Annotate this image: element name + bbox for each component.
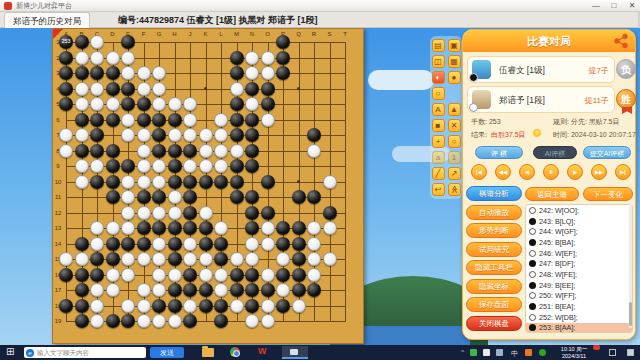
- column-label: Q: [294, 30, 304, 38]
- circle-mark-icon[interactable]: ○: [448, 135, 461, 148]
- open-file-icon: ▣: [450, 41, 458, 50]
- black-stone-icon: [529, 282, 536, 289]
- black-stone: [214, 175, 228, 189]
- white-stone: [230, 82, 244, 96]
- black-stone: [121, 159, 135, 173]
- column-label: D: [108, 30, 118, 38]
- white-stone: [152, 66, 166, 80]
- letter-mark-icon[interactable]: a: [432, 151, 445, 164]
- player-card-black: 伍睿文 [1级] 提7子: [467, 56, 615, 83]
- move-text: 250: W[FF];: [539, 291, 577, 300]
- white-stone-icon: [529, 228, 536, 235]
- alternate-stone-icon[interactable]: ◐: [432, 71, 445, 84]
- black-stone: [245, 206, 259, 220]
- white-stone: [245, 314, 259, 328]
- player-name: 郑谙予 [1段]: [499, 95, 545, 107]
- print-icon[interactable]: ▦: [448, 55, 461, 68]
- white-stone: [199, 252, 213, 266]
- white-stone: [168, 128, 182, 142]
- share-icon[interactable]: [613, 33, 629, 49]
- black-stone: [276, 221, 290, 235]
- black-stone: [199, 283, 213, 297]
- black-stone: [230, 128, 244, 142]
- white-stone: [261, 237, 275, 251]
- cross-mark-icon: ✕: [451, 121, 458, 130]
- game-time: 时间: 2024-03-10 20:07:17: [553, 130, 636, 140]
- move-list-item[interactable]: 250: W[FF];: [526, 291, 632, 302]
- white-stone: [230, 144, 244, 158]
- black-stone: [106, 113, 120, 127]
- white-stone: [230, 252, 244, 266]
- black-stone: [75, 268, 89, 282]
- black-stone: [230, 66, 244, 80]
- move-list-item[interactable]: 242: W[OO];: [526, 205, 632, 216]
- white-stone: [59, 128, 73, 142]
- circle-mark-icon: ○: [452, 137, 457, 146]
- black-stone: [152, 128, 166, 142]
- black-stone-icon: [529, 303, 536, 310]
- nav-forward-button[interactable]: ▶: [567, 164, 583, 180]
- task-view-icon[interactable]: [609, 349, 616, 356]
- black-stone: [121, 82, 135, 96]
- black-stone: [137, 113, 151, 127]
- save-icon[interactable]: ◫: [432, 55, 445, 68]
- white-stone: [106, 268, 120, 282]
- white-stone: [245, 252, 259, 266]
- white-stone: [121, 51, 135, 65]
- row-label: 17: [53, 286, 63, 294]
- rule-text: 规则: 分先: 黑贴7.5目: [553, 117, 620, 127]
- pen-icon[interactable]: ╱: [432, 167, 445, 180]
- label-a-icon: A: [435, 105, 440, 114]
- black-stone: [261, 283, 275, 297]
- black-stone: [276, 35, 290, 49]
- black-stone: [75, 113, 89, 127]
- minimize-button[interactable]: —: [588, 0, 604, 12]
- start-button[interactable]: ⊞: [6, 346, 14, 357]
- file-explorer-icon[interactable]: [202, 348, 214, 357]
- triangle-mark-icon[interactable]: ▲: [448, 103, 461, 116]
- ime-indicator[interactable]: 中: [511, 349, 518, 359]
- white-stone: [307, 268, 321, 282]
- black-stone: [183, 206, 197, 220]
- move-count: 手数: 253: [471, 117, 501, 127]
- black-stone: [137, 97, 151, 111]
- letter-mark-icon: a: [436, 153, 440, 162]
- white-stone: [168, 206, 182, 220]
- tray-orange-icon[interactable]: [525, 349, 532, 356]
- arrow-mark-icon: ↗: [451, 169, 458, 178]
- white-stone: [137, 283, 151, 297]
- black-stone: [245, 82, 259, 96]
- move-list-item[interactable]: 252: W[DB];: [526, 312, 632, 323]
- black-stone: [152, 190, 166, 204]
- tray-chevron-icon[interactable]: ^: [461, 349, 464, 355]
- volume-icon[interactable]: [496, 349, 503, 356]
- black-stone-icon: [529, 218, 536, 225]
- white-stone: [152, 252, 166, 266]
- white-stone: [183, 113, 197, 127]
- main-area: A1B2C3D4E5F6G7H8J9K10L11M12N13O14P15Q16R…: [0, 28, 640, 345]
- black-stone: [276, 268, 290, 282]
- white-stone: [183, 252, 197, 266]
- row-label: 14: [53, 240, 63, 248]
- black-stone: [121, 35, 135, 49]
- white-stone: [137, 299, 151, 313]
- white-stone-indicator-icon: [469, 103, 478, 112]
- black-stone: [137, 221, 151, 235]
- star-point: [204, 87, 207, 90]
- black-stone: [121, 97, 135, 111]
- open-app-button[interactable]: [282, 346, 308, 359]
- white-stone: [214, 221, 228, 235]
- white-stone-icon: [529, 250, 536, 257]
- black-stone: [168, 144, 182, 158]
- black-stone-icon: [529, 239, 536, 246]
- edge-icon: e: [26, 349, 34, 357]
- go-board[interactable]: A1B2C3D4E5F6G7H8J9K10L11M12N13O14P15Q16R…: [52, 28, 364, 344]
- game-info: 手数: 253 规则: 分先: 黑贴7.5目 结果: 白胜37.5目 ? 时间:…: [469, 116, 633, 143]
- black-stone: [292, 268, 306, 282]
- move-list[interactable]: 242: W[OO];243: B[LQ];244: W[GF];245: B[…: [525, 204, 633, 333]
- black-stone: [214, 252, 228, 266]
- black-stone: [230, 51, 244, 65]
- player-name: 伍睿文 [1级]: [499, 65, 545, 77]
- black-stone: [106, 175, 120, 189]
- column-label: J: [185, 30, 195, 38]
- move-text: 243: B[LQ];: [539, 217, 575, 226]
- black-stone: [168, 237, 182, 251]
- black-stone: [199, 299, 213, 313]
- column-label: N: [247, 30, 257, 38]
- square-mark-icon[interactable]: ■: [432, 119, 445, 132]
- white-stone: [90, 237, 104, 251]
- black-stone: [59, 299, 73, 313]
- move-list-item[interactable]: 251: B[EA];: [526, 301, 632, 312]
- nav-back-button[interactable]: ◀: [519, 164, 535, 180]
- undo-icon: ↩: [435, 185, 442, 194]
- black-stone: [199, 221, 213, 235]
- white-stone: [152, 314, 166, 328]
- white-stone: [137, 144, 151, 158]
- game-panel: 比赛对局 伍睿文 [1级] 提7子 负 郑谙予 [1段] 提11子 胜: [462, 29, 636, 340]
- scrollbar-thumb[interactable]: [629, 302, 632, 326]
- avatar: [471, 89, 492, 110]
- black-stone-icon[interactable]: ●: [448, 71, 461, 84]
- black-stone: [230, 159, 244, 173]
- label-a-icon[interactable]: A: [432, 103, 445, 116]
- white-stone: [323, 175, 337, 189]
- white-stone: [90, 221, 104, 235]
- nav-back10-button[interactable]: ◀◀: [495, 164, 511, 180]
- white-stone: [90, 283, 104, 297]
- star-point: [297, 87, 300, 90]
- white-stone: [214, 144, 228, 158]
- side-button-关闭棋盘[interactable]: 关闭棋盘: [466, 316, 522, 331]
- plus-mark-icon: +: [436, 137, 441, 146]
- black-stone: [307, 283, 321, 297]
- black-stone: [168, 113, 182, 127]
- player-card-white: 郑谙予 [1段] 提11子: [467, 86, 615, 113]
- black-stone: [59, 97, 73, 111]
- black-stone: [90, 268, 104, 282]
- white-stone: [152, 237, 166, 251]
- clock[interactable]: 10:10 周一 2024/3/11: [552, 346, 596, 359]
- close-button[interactable]: ✕: [624, 0, 640, 12]
- send-button[interactable]: 发送: [150, 347, 184, 358]
- move-text: 249: B[EE];: [539, 281, 575, 290]
- wechat-icon[interactable]: [539, 349, 546, 356]
- nav-forward10-button[interactable]: ▶▶: [591, 164, 607, 180]
- black-stone: [183, 314, 197, 328]
- nav-goto-move-button[interactable]: 9: [543, 164, 559, 180]
- white-stone: [199, 128, 213, 142]
- black-stone: [106, 144, 120, 158]
- black-stone: [183, 221, 197, 235]
- black-stone: [245, 268, 259, 282]
- white-stone: [214, 159, 228, 173]
- result-badge-lose: 负: [616, 59, 636, 79]
- white-stone: [261, 66, 275, 80]
- move-list-item[interactable]: 244: W[GF];: [526, 226, 632, 237]
- column-label: S: [325, 30, 335, 38]
- white-stone: [183, 97, 197, 111]
- move-list-item[interactable]: 246: W[EF];: [526, 248, 632, 259]
- side-button-隐藏坐标[interactable]: 隐藏坐标: [466, 279, 522, 294]
- submit-ai-review-button[interactable]: 提交AI评棋: [583, 146, 631, 159]
- row-label: 9: [53, 162, 63, 170]
- arrow-mark-icon[interactable]: ↗: [448, 167, 461, 180]
- ai-review-button[interactable]: AI评棋: [533, 146, 577, 159]
- white-stone: [214, 128, 228, 142]
- white-stone: [75, 159, 89, 173]
- black-stone: [168, 299, 182, 313]
- white-stone-icon: [529, 207, 536, 214]
- black-stone: [168, 159, 182, 173]
- new-board-icon[interactable]: ▤: [432, 39, 445, 52]
- side-button-保存盘面[interactable]: 保存盘面: [466, 297, 522, 312]
- white-stone: [276, 252, 290, 266]
- maximize-button[interactable]: □: [606, 0, 622, 12]
- white-stone: [261, 221, 275, 235]
- open-file-icon[interactable]: ▣: [448, 39, 461, 52]
- collapse-toolbar-icon[interactable]: ≪: [448, 183, 461, 196]
- back-to-main-line-tab[interactable]: 返回主谱: [525, 187, 579, 201]
- screen: 新博少儿对弈平台 — □ ✕ 郑谙予的历史对局 编号:447829874 伍睿文…: [0, 0, 640, 360]
- black-stone: [121, 314, 135, 328]
- black-stone: [152, 144, 166, 158]
- white-stone-icon: ○: [436, 89, 441, 98]
- white-stone: [307, 221, 321, 235]
- move-list-item[interactable]: 247: B[DF];: [526, 258, 632, 269]
- black-stone-icon: [529, 324, 536, 331]
- side-button-自动播放[interactable]: 自动播放: [466, 205, 522, 220]
- side-button-隐藏工具栏[interactable]: 隐藏工具栏: [466, 260, 522, 275]
- white-stone: [90, 35, 104, 49]
- result-help-icon[interactable]: ?: [533, 129, 541, 137]
- tray-green-icon[interactable]: [470, 349, 477, 356]
- nav-first-button[interactable]: |◀: [471, 164, 487, 180]
- black-stone: [292, 190, 306, 204]
- tab-bar: 郑谙予的历史对局 编号:447829874 伍睿文 [1级] 执黑对 郑谙予 […: [0, 12, 640, 28]
- black-stone: [183, 144, 197, 158]
- column-label: O: [263, 30, 273, 38]
- black-stone: [307, 128, 321, 142]
- result-badge-win: 胜: [616, 89, 636, 109]
- white-stone: [307, 237, 321, 251]
- white-stone: [75, 252, 89, 266]
- black-stone: [75, 314, 89, 328]
- side-button-试局研究[interactable]: 试局研究: [466, 242, 522, 257]
- square-mark-icon: ■: [436, 121, 441, 130]
- tray-chat-icon[interactable]: [483, 349, 490, 356]
- review-button[interactable]: 评 棋: [475, 146, 523, 159]
- wps-icon[interactable]: W: [258, 346, 267, 356]
- badge-text: 胜: [621, 94, 631, 105]
- white-stone: [168, 268, 182, 282]
- move-text: 253: B[AA];: [539, 323, 575, 332]
- side-button-棋谱分析[interactable]: 棋谱分析: [466, 186, 522, 201]
- move-text: 246: W[EF];: [539, 249, 577, 258]
- black-stone: [276, 299, 290, 313]
- save-icon: ◫: [434, 57, 442, 66]
- black-stone: [183, 268, 197, 282]
- black-stone: [106, 237, 120, 251]
- black-stone: [230, 97, 244, 111]
- black-stone: [75, 283, 89, 297]
- star-point: [297, 180, 300, 183]
- black-stone: [90, 252, 104, 266]
- white-stone: [199, 206, 213, 220]
- black-stone: [230, 113, 244, 127]
- white-stone: [152, 283, 166, 297]
- black-stone: [59, 51, 73, 65]
- plus-mark-icon[interactable]: +: [432, 135, 445, 148]
- tab-history-game[interactable]: 郑谙予的历史对局: [4, 12, 90, 28]
- black-stone: [106, 159, 120, 173]
- move-list-item[interactable]: 249: B[EE];: [526, 280, 632, 291]
- white-stone: [152, 268, 166, 282]
- black-stone: [75, 66, 89, 80]
- black-stone: [245, 128, 259, 142]
- white-stone: [90, 51, 104, 65]
- triangle-mark-icon: ▲: [450, 105, 458, 114]
- white-stone: [261, 51, 275, 65]
- column-label: R: [309, 30, 319, 38]
- next-variation-tab[interactable]: 下一变化: [583, 187, 633, 201]
- column-label: F: [139, 30, 149, 38]
- black-stone: [276, 66, 290, 80]
- chrome-icon[interactable]: [230, 347, 240, 357]
- avatar: [471, 59, 492, 80]
- white-stone: [292, 299, 306, 313]
- white-stone: [307, 252, 321, 266]
- side-button-形势判断[interactable]: 形势判断: [466, 223, 522, 238]
- row-label: 19: [53, 317, 63, 325]
- move-text: 248: W[FE];: [539, 270, 577, 279]
- white-stone: [137, 252, 151, 266]
- move-list-scrollbar[interactable]: [629, 204, 632, 328]
- white-stone: [106, 221, 120, 235]
- move-text: 242: W[OO];: [539, 206, 579, 215]
- white-stone: [121, 206, 135, 220]
- white-stone: [152, 159, 166, 173]
- white-stone: [121, 113, 135, 127]
- chat-input[interactable]: e 输入文字聊天内容: [24, 347, 146, 358]
- white-stone: [261, 113, 275, 127]
- white-stone: [106, 283, 120, 297]
- black-stone: [230, 283, 244, 297]
- black-stone: [152, 221, 166, 235]
- black-stone: [106, 82, 120, 96]
- analysis-section: 棋谱分析自动播放形势判断试局研究隐藏工具栏隐藏坐标保存盘面关闭棋盘 返回主谱 下…: [463, 186, 635, 338]
- black-stone: [292, 237, 306, 251]
- black-stone: [199, 175, 213, 189]
- black-stone: [137, 190, 151, 204]
- undo-icon[interactable]: ↩: [432, 183, 445, 196]
- black-stone: [106, 252, 120, 266]
- white-stone: [137, 314, 151, 328]
- black-stone: [261, 175, 275, 189]
- white-stone: [121, 190, 135, 204]
- cross-mark-icon[interactable]: ✕: [448, 119, 461, 132]
- pen-icon: ╱: [436, 169, 441, 178]
- white-stone: [121, 128, 135, 142]
- row-label: 12: [53, 209, 63, 217]
- black-stone: [183, 175, 197, 189]
- white-stone: [168, 314, 182, 328]
- black-stone: [214, 299, 228, 313]
- white-stone: [106, 51, 120, 65]
- white-stone: [245, 97, 259, 111]
- black-stone: [59, 268, 73, 282]
- black-stone: [245, 144, 259, 158]
- move-list-item[interactable]: 245: B[BA];: [526, 237, 632, 248]
- white-stone: [59, 252, 73, 266]
- white-stone: [59, 144, 73, 158]
- black-stone: [137, 237, 151, 251]
- move-list-item[interactable]: 243: B[LQ];: [526, 216, 632, 227]
- move-list-item[interactable]: 248: W[FE];: [526, 269, 632, 280]
- move-list-item[interactable]: 253: B[AA];: [526, 323, 632, 333]
- black-stone: [245, 159, 259, 173]
- black-stone: [292, 252, 306, 266]
- white-stone: [90, 97, 104, 111]
- white-stone: [168, 97, 182, 111]
- black-stone-icon: ●: [452, 73, 457, 82]
- move-text: 247: B[DF];: [539, 259, 575, 268]
- white-stone: [106, 97, 120, 111]
- black-stone: 253: [59, 35, 73, 49]
- black-stone: [106, 190, 120, 204]
- white-stone: [137, 128, 151, 142]
- black-stone: [214, 237, 228, 251]
- white-stone: [214, 113, 228, 127]
- action-center-icon[interactable]: [627, 349, 634, 356]
- white-stone-icon[interactable]: ○: [432, 87, 445, 100]
- white-stone: [183, 237, 197, 251]
- window-title: 新博少儿对弈平台: [16, 1, 72, 11]
- black-stone: [168, 221, 182, 235]
- white-stone: [230, 299, 244, 313]
- white-stone: [75, 82, 89, 96]
- white-stone: [137, 206, 151, 220]
- grid-line: [345, 42, 346, 322]
- black-stone: [230, 190, 244, 204]
- nav-last-button[interactable]: ▶|: [615, 164, 631, 180]
- black-stone: [245, 113, 259, 127]
- number-mark-icon[interactable]: 1: [448, 151, 461, 164]
